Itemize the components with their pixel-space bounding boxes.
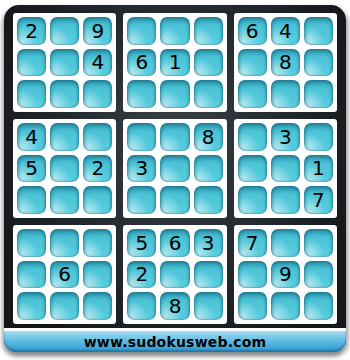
sudoku-cell[interactable] xyxy=(17,186,46,214)
sudoku-board: 294616484528331765632879 xyxy=(4,5,346,328)
sudoku-cell[interactable] xyxy=(304,292,333,320)
sudoku-cell[interactable] xyxy=(194,186,223,214)
sudoku-cell[interactable] xyxy=(160,261,189,289)
sudoku-cell[interactable] xyxy=(83,123,112,151)
sudoku-cell[interactable] xyxy=(17,229,46,257)
sudoku-cell[interactable]: 1 xyxy=(160,49,189,77)
sudoku-cell[interactable]: 4 xyxy=(83,49,112,77)
sudoku-cell[interactable]: 6 xyxy=(238,17,267,45)
sudoku-cell[interactable] xyxy=(160,80,189,108)
sudoku-cell[interactable] xyxy=(194,49,223,77)
sudoku-cell[interactable] xyxy=(238,261,267,289)
sudoku-cell[interactable] xyxy=(304,49,333,77)
sudoku-cell[interactable] xyxy=(17,49,46,77)
sudoku-cell[interactable] xyxy=(83,261,112,289)
sudoku-cell[interactable] xyxy=(127,123,156,151)
sudoku-cell[interactable] xyxy=(271,186,300,214)
sudoku-cell[interactable] xyxy=(160,17,189,45)
sudoku-cell[interactable] xyxy=(238,49,267,77)
sudoku-cell[interactable]: 3 xyxy=(127,155,156,183)
sudoku-cell[interactable] xyxy=(50,229,79,257)
sudoku-cell[interactable] xyxy=(17,292,46,320)
sudoku-cell[interactable] xyxy=(271,155,300,183)
puzzle-panel: 294616484528331765632879 www.sudokusweb.… xyxy=(4,5,346,352)
sudoku-cell[interactable]: 2 xyxy=(83,155,112,183)
sudoku-cell[interactable]: 7 xyxy=(238,229,267,257)
sudoku-cell[interactable]: 2 xyxy=(17,17,46,45)
sudoku-cell[interactable]: 2 xyxy=(127,261,156,289)
sudoku-cell[interactable] xyxy=(50,155,79,183)
sudoku-box: 452 xyxy=(13,119,116,218)
footer-bar: www.sudokusweb.com xyxy=(4,328,346,352)
sudoku-cell[interactable] xyxy=(304,229,333,257)
sudoku-cell[interactable] xyxy=(17,261,46,289)
sudoku-cell[interactable] xyxy=(194,155,223,183)
sudoku-cell[interactable]: 8 xyxy=(160,292,189,320)
sudoku-box: 6 xyxy=(13,225,116,324)
sudoku-cell[interactable] xyxy=(127,17,156,45)
sudoku-cell[interactable] xyxy=(238,80,267,108)
sudoku-cell[interactable] xyxy=(271,80,300,108)
sudoku-box: 648 xyxy=(234,13,337,112)
sudoku-box: 79 xyxy=(234,225,337,324)
sudoku-cell[interactable] xyxy=(160,155,189,183)
sudoku-cell[interactable] xyxy=(304,261,333,289)
sudoku-cell[interactable] xyxy=(83,80,112,108)
sudoku-cell[interactable]: 8 xyxy=(194,123,223,151)
sudoku-cell[interactable]: 3 xyxy=(194,229,223,257)
sudoku-cell[interactable]: 1 xyxy=(304,155,333,183)
sudoku-cell[interactable]: 4 xyxy=(271,17,300,45)
sudoku-cell[interactable] xyxy=(194,261,223,289)
sudoku-cell[interactable] xyxy=(238,186,267,214)
sudoku-cell[interactable] xyxy=(83,229,112,257)
sudoku-cell[interactable]: 4 xyxy=(17,123,46,151)
sudoku-cell[interactable] xyxy=(127,292,156,320)
sudoku-cell[interactable] xyxy=(160,186,189,214)
sudoku-box: 61 xyxy=(123,13,226,112)
sudoku-cell[interactable] xyxy=(238,292,267,320)
sudoku-cell[interactable] xyxy=(83,186,112,214)
website-link[interactable]: www.sudokusweb.com xyxy=(84,334,267,350)
sudoku-cell[interactable] xyxy=(238,123,267,151)
sudoku-cell[interactable] xyxy=(238,155,267,183)
sudoku-cell[interactable]: 5 xyxy=(17,155,46,183)
sudoku-cell[interactable] xyxy=(194,17,223,45)
sudoku-cell[interactable] xyxy=(304,80,333,108)
sudoku-cell[interactable]: 6 xyxy=(127,49,156,77)
sudoku-cell[interactable]: 5 xyxy=(127,229,156,257)
sudoku-app: 294616484528331765632879 www.sudokusweb.… xyxy=(0,0,350,360)
sudoku-cell[interactable]: 9 xyxy=(83,17,112,45)
sudoku-cell[interactable]: 6 xyxy=(50,261,79,289)
sudoku-cell[interactable] xyxy=(50,49,79,77)
sudoku-box: 56328 xyxy=(123,225,226,324)
sudoku-cell[interactable] xyxy=(50,17,79,45)
sudoku-cell[interactable] xyxy=(160,123,189,151)
sudoku-cell[interactable] xyxy=(304,123,333,151)
sudoku-cell[interactable] xyxy=(50,186,79,214)
sudoku-cell[interactable]: 3 xyxy=(271,123,300,151)
sudoku-cell[interactable]: 6 xyxy=(160,229,189,257)
sudoku-cell[interactable]: 7 xyxy=(304,186,333,214)
sudoku-cell[interactable]: 8 xyxy=(271,49,300,77)
sudoku-box: 294 xyxy=(13,13,116,112)
sudoku-cell[interactable] xyxy=(194,292,223,320)
sudoku-cell[interactable] xyxy=(127,186,156,214)
sudoku-cell[interactable] xyxy=(83,292,112,320)
sudoku-cell[interactable] xyxy=(50,292,79,320)
sudoku-cell[interactable] xyxy=(271,292,300,320)
sudoku-cell[interactable] xyxy=(50,80,79,108)
sudoku-box: 317 xyxy=(234,119,337,218)
sudoku-cell[interactable] xyxy=(127,80,156,108)
sudoku-cell[interactable] xyxy=(194,80,223,108)
sudoku-box: 83 xyxy=(123,119,226,218)
sudoku-cell[interactable] xyxy=(17,80,46,108)
sudoku-cell[interactable] xyxy=(50,123,79,151)
sudoku-cell[interactable] xyxy=(304,17,333,45)
sudoku-cell[interactable]: 9 xyxy=(271,261,300,289)
sudoku-cell[interactable] xyxy=(271,229,300,257)
